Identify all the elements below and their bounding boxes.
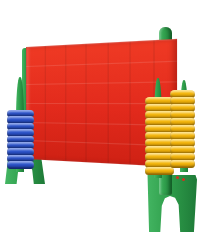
yellow-disc-stack-back[interactable] bbox=[170, 91, 195, 168]
blue-disc[interactable] bbox=[7, 161, 34, 168]
yellow-disc[interactable] bbox=[145, 167, 174, 175]
giant-connect-four-set bbox=[0, 0, 200, 250]
yellow-disc[interactable] bbox=[170, 160, 195, 168]
screw-dot bbox=[182, 178, 185, 181]
blue-disc-stack[interactable] bbox=[7, 111, 34, 169]
